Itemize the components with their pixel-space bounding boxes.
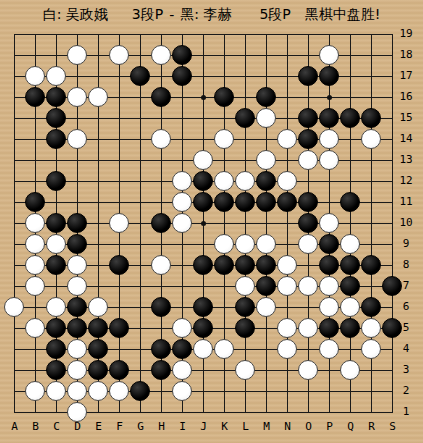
black-stone bbox=[109, 360, 129, 380]
black-stone bbox=[130, 381, 150, 401]
white-stone bbox=[319, 150, 339, 170]
white-stone bbox=[25, 276, 45, 296]
white-stone bbox=[67, 129, 87, 149]
white-stone bbox=[46, 297, 66, 317]
black-stone bbox=[277, 192, 297, 212]
row-label: 7 bbox=[394, 279, 418, 293]
black-stone bbox=[340, 108, 360, 128]
white-stone bbox=[67, 45, 87, 65]
black-stone bbox=[46, 360, 66, 380]
black-stone bbox=[235, 297, 255, 317]
black-stone bbox=[88, 318, 108, 338]
column-label: G bbox=[133, 420, 148, 433]
white-stone bbox=[193, 339, 213, 359]
black-stone bbox=[172, 339, 192, 359]
row-label: 8 bbox=[394, 258, 418, 272]
row-label: 2 bbox=[394, 384, 418, 398]
black-stone bbox=[67, 234, 87, 254]
white-stone bbox=[277, 339, 297, 359]
white-stone bbox=[298, 234, 318, 254]
column-label: N bbox=[280, 420, 295, 433]
white-stone bbox=[25, 66, 45, 86]
white-stone bbox=[361, 129, 381, 149]
row-label: 6 bbox=[394, 300, 418, 314]
white-stone bbox=[46, 381, 66, 401]
white-stone bbox=[151, 255, 171, 275]
white-stone bbox=[151, 45, 171, 65]
row-label: 19 bbox=[394, 27, 418, 41]
row-label: 3 bbox=[394, 363, 418, 377]
black-stone bbox=[46, 255, 66, 275]
white-stone bbox=[109, 213, 129, 233]
white-stone bbox=[88, 381, 108, 401]
black-stone bbox=[193, 318, 213, 338]
white-stone bbox=[319, 297, 339, 317]
column-label: S bbox=[385, 420, 400, 433]
black-stone bbox=[298, 108, 318, 128]
column-label: I bbox=[175, 420, 190, 433]
black-stone bbox=[256, 276, 276, 296]
white-stone bbox=[256, 234, 276, 254]
black-stone bbox=[67, 318, 87, 338]
column-label: C bbox=[49, 420, 64, 433]
row-label: 5 bbox=[394, 321, 418, 335]
white-stone bbox=[88, 297, 108, 317]
black-stone bbox=[151, 339, 171, 359]
black-stone bbox=[25, 192, 45, 212]
black-stone bbox=[298, 192, 318, 212]
white-stone bbox=[67, 381, 87, 401]
black-stone bbox=[214, 87, 234, 107]
white-stone bbox=[319, 213, 339, 233]
column-label: H bbox=[154, 420, 169, 433]
black-stone bbox=[235, 108, 255, 128]
black-stone bbox=[256, 87, 276, 107]
black-stone bbox=[193, 255, 213, 275]
white-stone bbox=[67, 276, 87, 296]
white-stone bbox=[172, 171, 192, 191]
white-stone bbox=[235, 360, 255, 380]
black-stone bbox=[46, 318, 66, 338]
white-stone bbox=[340, 297, 360, 317]
white-stone bbox=[46, 234, 66, 254]
white-stone bbox=[25, 381, 45, 401]
white-stone bbox=[214, 171, 234, 191]
go-game-viewer: 白: 吴政娥 3段P - 黑: 李赫 5段P 黑棋中盘胜! ABCDEFGHIJ… bbox=[0, 0, 423, 443]
black-stone bbox=[256, 255, 276, 275]
row-label: 12 bbox=[394, 174, 418, 188]
column-label: F bbox=[112, 420, 127, 433]
column-label: E bbox=[91, 420, 106, 433]
white-stone bbox=[172, 381, 192, 401]
white-stone bbox=[88, 87, 108, 107]
column-label: Q bbox=[343, 420, 358, 433]
go-board[interactable]: ABCDEFGHIJKLMNOPQRS191817161514131211109… bbox=[0, 0, 423, 443]
white-stone bbox=[256, 297, 276, 317]
row-label: 16 bbox=[394, 90, 418, 104]
row-label: 1 bbox=[394, 405, 418, 419]
black-stone bbox=[109, 255, 129, 275]
black-stone bbox=[25, 87, 45, 107]
white-stone bbox=[277, 276, 297, 296]
white-stone bbox=[340, 234, 360, 254]
white-stone bbox=[361, 339, 381, 359]
white-stone bbox=[46, 66, 66, 86]
row-label: 10 bbox=[394, 216, 418, 230]
white-stone bbox=[256, 108, 276, 128]
black-stone bbox=[361, 108, 381, 128]
column-label: P bbox=[322, 420, 337, 433]
column-label: A bbox=[7, 420, 22, 433]
white-stone bbox=[67, 255, 87, 275]
white-stone bbox=[256, 150, 276, 170]
white-stone bbox=[172, 192, 192, 212]
black-stone bbox=[361, 255, 381, 275]
column-label: L bbox=[238, 420, 253, 433]
black-stone bbox=[151, 360, 171, 380]
white-stone bbox=[172, 360, 192, 380]
white-stone bbox=[235, 171, 255, 191]
white-stone bbox=[25, 318, 45, 338]
black-stone bbox=[193, 192, 213, 212]
white-stone bbox=[298, 360, 318, 380]
row-label: 4 bbox=[394, 342, 418, 356]
black-stone bbox=[193, 297, 213, 317]
column-label: B bbox=[28, 420, 43, 433]
column-label: O bbox=[301, 420, 316, 433]
white-stone bbox=[277, 171, 297, 191]
black-stone bbox=[256, 192, 276, 212]
black-stone bbox=[319, 108, 339, 128]
white-stone bbox=[277, 255, 297, 275]
white-stone bbox=[4, 297, 24, 317]
row-label: 9 bbox=[394, 237, 418, 251]
white-stone bbox=[67, 402, 87, 422]
white-stone bbox=[151, 129, 171, 149]
black-stone bbox=[214, 255, 234, 275]
black-stone bbox=[172, 45, 192, 65]
white-stone bbox=[67, 87, 87, 107]
black-stone bbox=[46, 108, 66, 128]
black-stone bbox=[130, 66, 150, 86]
grid-line-vertical bbox=[392, 34, 393, 413]
star-point bbox=[201, 95, 206, 100]
black-stone bbox=[340, 276, 360, 296]
star-point bbox=[327, 95, 332, 100]
white-stone bbox=[235, 276, 255, 296]
white-stone bbox=[277, 318, 297, 338]
white-stone bbox=[319, 339, 339, 359]
column-label: D bbox=[70, 420, 85, 433]
black-stone bbox=[67, 297, 87, 317]
white-stone bbox=[340, 360, 360, 380]
black-stone bbox=[214, 192, 234, 212]
white-stone bbox=[298, 150, 318, 170]
black-stone bbox=[109, 318, 129, 338]
black-stone bbox=[88, 339, 108, 359]
row-label: 13 bbox=[394, 153, 418, 167]
white-stone bbox=[25, 213, 45, 233]
column-label: J bbox=[196, 420, 211, 433]
white-stone bbox=[214, 339, 234, 359]
black-stone bbox=[298, 66, 318, 86]
black-stone bbox=[340, 192, 360, 212]
white-stone bbox=[319, 45, 339, 65]
black-stone bbox=[151, 213, 171, 233]
black-stone bbox=[340, 255, 360, 275]
black-stone bbox=[193, 171, 213, 191]
black-stone bbox=[340, 318, 360, 338]
black-stone bbox=[319, 318, 339, 338]
black-stone bbox=[46, 129, 66, 149]
white-stone bbox=[109, 45, 129, 65]
black-stone bbox=[298, 213, 318, 233]
black-stone bbox=[235, 318, 255, 338]
row-label: 11 bbox=[394, 195, 418, 209]
black-stone bbox=[172, 66, 192, 86]
white-stone bbox=[235, 234, 255, 254]
white-stone bbox=[25, 234, 45, 254]
white-stone bbox=[214, 234, 234, 254]
black-stone bbox=[46, 213, 66, 233]
column-label: M bbox=[259, 420, 274, 433]
white-stone bbox=[298, 318, 318, 338]
white-stone bbox=[109, 381, 129, 401]
black-stone bbox=[256, 171, 276, 191]
star-point bbox=[201, 221, 206, 226]
white-stone bbox=[67, 360, 87, 380]
white-stone bbox=[25, 255, 45, 275]
white-stone bbox=[298, 276, 318, 296]
black-stone bbox=[235, 255, 255, 275]
black-stone bbox=[46, 171, 66, 191]
black-stone bbox=[88, 360, 108, 380]
white-stone bbox=[361, 318, 381, 338]
column-label: R bbox=[364, 420, 379, 433]
grid-line-vertical bbox=[350, 34, 351, 413]
black-stone bbox=[298, 129, 318, 149]
black-stone bbox=[151, 87, 171, 107]
white-stone bbox=[214, 129, 234, 149]
white-stone bbox=[172, 213, 192, 233]
grid-line-vertical bbox=[245, 34, 246, 413]
black-stone bbox=[235, 192, 255, 212]
white-stone bbox=[277, 129, 297, 149]
white-stone bbox=[172, 318, 192, 338]
black-stone bbox=[67, 213, 87, 233]
black-stone bbox=[46, 339, 66, 359]
black-stone bbox=[361, 297, 381, 317]
white-stone bbox=[319, 276, 339, 296]
black-stone bbox=[319, 66, 339, 86]
white-stone bbox=[67, 339, 87, 359]
black-stone bbox=[319, 234, 339, 254]
black-stone bbox=[151, 297, 171, 317]
row-label: 17 bbox=[394, 69, 418, 83]
black-stone bbox=[46, 87, 66, 107]
black-stone bbox=[319, 255, 339, 275]
row-label: 18 bbox=[394, 48, 418, 62]
white-stone bbox=[319, 129, 339, 149]
row-label: 14 bbox=[394, 132, 418, 146]
white-stone bbox=[193, 150, 213, 170]
column-label: K bbox=[217, 420, 232, 433]
row-label: 15 bbox=[394, 111, 418, 125]
